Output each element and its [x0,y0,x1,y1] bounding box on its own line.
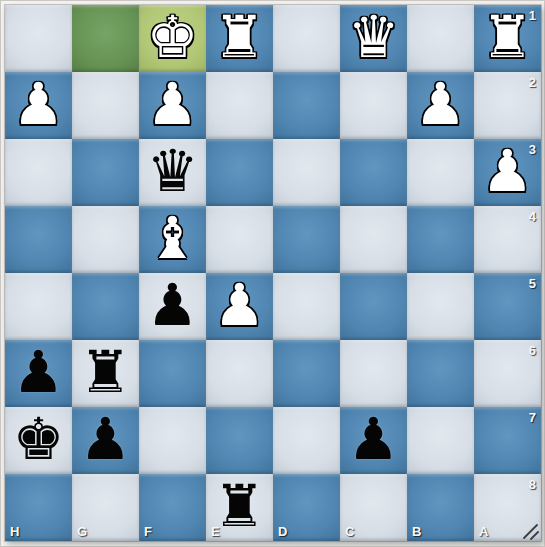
black-rook[interactable]: ♜ [72,340,139,407]
black-pawn[interactable]: ♟ [5,340,72,407]
white-pawn[interactable]: ♟ [474,139,541,206]
file-label-d: D [278,524,287,539]
square-a4[interactable]: 4 [474,206,541,273]
square-f2[interactable]: ♟ [139,72,206,139]
square-f6[interactable] [139,340,206,407]
square-h1[interactable] [5,5,72,72]
square-h6[interactable]: ♟ [5,340,72,407]
square-e7[interactable] [206,407,273,474]
square-c2[interactable] [340,72,407,139]
square-g8[interactable]: G [72,474,139,541]
square-a1[interactable]: ♜1 [474,5,541,72]
square-b7[interactable] [407,407,474,474]
square-h2[interactable]: ♟ [5,72,72,139]
square-c4[interactable] [340,206,407,273]
square-h8[interactable]: H [5,474,72,541]
white-pawn[interactable]: ♟ [407,72,474,139]
square-c3[interactable] [340,139,407,206]
square-e5[interactable]: ♟ [206,273,273,340]
square-f7[interactable] [139,407,206,474]
square-c1[interactable]: ♛ [340,5,407,72]
square-b4[interactable] [407,206,474,273]
square-a3[interactable]: ♟3 [474,139,541,206]
square-b2[interactable]: ♟ [407,72,474,139]
square-f1[interactable]: ♚ [139,5,206,72]
black-rook[interactable]: ♜ [206,474,273,541]
square-b8[interactable]: B [407,474,474,541]
square-f5[interactable]: ♟ [139,273,206,340]
black-king[interactable]: ♚ [5,407,72,474]
rank-label-5: 5 [529,276,536,291]
square-g4[interactable] [72,206,139,273]
black-queen[interactable]: ♛ [139,139,206,206]
black-pawn[interactable]: ♟ [139,273,206,340]
square-a7[interactable]: 7 [474,407,541,474]
square-d1[interactable] [273,5,340,72]
square-d3[interactable] [273,139,340,206]
file-label-f: F [144,524,152,539]
square-c5[interactable] [340,273,407,340]
rank-label-7: 7 [529,410,536,425]
square-a2[interactable]: 2 [474,72,541,139]
white-bishop[interactable]: ♝ [139,206,206,273]
square-b5[interactable] [407,273,474,340]
board-window: ♚♜♛♜1♟♟♟2♛♟3♝4♟♟5♟♜6♚♟♟7HGF♜EDCBA8 [0,0,545,547]
square-a6[interactable]: 6 [474,340,541,407]
black-pawn[interactable]: ♟ [340,407,407,474]
square-h3[interactable] [5,139,72,206]
square-e6[interactable] [206,340,273,407]
square-g7[interactable]: ♟ [72,407,139,474]
resize-grip-icon[interactable] [521,522,539,540]
square-h4[interactable] [5,206,72,273]
square-d7[interactable] [273,407,340,474]
square-f3[interactable]: ♛ [139,139,206,206]
square-c6[interactable] [340,340,407,407]
square-c8[interactable]: C [340,474,407,541]
file-label-h: H [10,524,19,539]
square-c7[interactable]: ♟ [340,407,407,474]
square-d5[interactable] [273,273,340,340]
white-queen[interactable]: ♛ [340,5,407,72]
square-b1[interactable] [407,5,474,72]
square-f8[interactable]: F [139,474,206,541]
rank-label-6: 6 [529,343,536,358]
square-g3[interactable] [72,139,139,206]
file-label-g: G [77,524,87,539]
chess-board: ♚♜♛♜1♟♟♟2♛♟3♝4♟♟5♟♜6♚♟♟7HGF♜EDCBA8 [5,5,541,541]
square-d6[interactable] [273,340,340,407]
square-b6[interactable] [407,340,474,407]
square-d4[interactable] [273,206,340,273]
rank-label-8: 8 [529,477,536,492]
square-e3[interactable] [206,139,273,206]
white-pawn[interactable]: ♟ [139,72,206,139]
square-d2[interactable] [273,72,340,139]
square-b3[interactable] [407,139,474,206]
white-pawn[interactable]: ♟ [5,72,72,139]
square-e8[interactable]: ♜E [206,474,273,541]
rank-label-2: 2 [529,75,536,90]
white-rook[interactable]: ♜ [206,5,273,72]
square-e4[interactable] [206,206,273,273]
square-e2[interactable] [206,72,273,139]
rank-label-4: 4 [529,209,536,224]
white-rook[interactable]: ♜ [474,5,541,72]
square-e1[interactable]: ♜ [206,5,273,72]
square-g1[interactable] [72,5,139,72]
square-f4[interactable]: ♝ [139,206,206,273]
white-pawn[interactable]: ♟ [206,273,273,340]
square-g5[interactable] [72,273,139,340]
square-h7[interactable]: ♚ [5,407,72,474]
square-h5[interactable] [5,273,72,340]
square-g2[interactable] [72,72,139,139]
white-king[interactable]: ♚ [139,5,206,72]
square-g6[interactable]: ♜ [72,340,139,407]
file-label-a: A [479,524,488,539]
square-a5[interactable]: 5 [474,273,541,340]
black-pawn[interactable]: ♟ [72,407,139,474]
file-label-c: C [345,524,354,539]
square-d8[interactable]: D [273,474,340,541]
file-label-b: B [412,524,421,539]
